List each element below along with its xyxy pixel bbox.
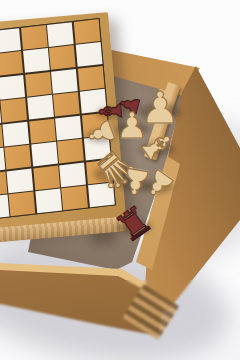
board-square [76, 42, 103, 67]
board-square [0, 51, 23, 76]
board-square [0, 28, 21, 53]
board-square [57, 139, 84, 164]
chess-box-photo: ♝♟♟♟♟♝♛♟♟♜ [0, 0, 240, 360]
board-square [21, 25, 48, 50]
board-square [35, 189, 62, 214]
dark-rook-piece: ♜ [117, 205, 151, 243]
board-square [7, 168, 34, 193]
light-pawn-piece: ♟ [145, 168, 174, 200]
board-square [60, 162, 87, 187]
board-square [0, 171, 7, 196]
board-square [51, 69, 78, 94]
board-square [1, 98, 28, 123]
board-square [78, 66, 105, 91]
board-square [29, 118, 56, 143]
board-square [53, 92, 80, 117]
rook-glyph: ♜ [109, 199, 159, 250]
board-square [25, 72, 52, 97]
board-square [27, 95, 54, 120]
board-square [62, 186, 89, 211]
board-square [31, 142, 58, 167]
board-square [3, 122, 30, 147]
pawn-glyph: ♟ [138, 163, 180, 206]
light-bishop-piece: ♝ [140, 127, 174, 165]
board-square [47, 22, 74, 47]
board-square [0, 75, 25, 100]
board-square [74, 19, 101, 44]
board-square [5, 145, 32, 170]
board-square [0, 195, 9, 220]
board-square [9, 192, 36, 217]
board-square [33, 165, 60, 190]
board-square [49, 45, 76, 70]
board-square [23, 48, 50, 73]
